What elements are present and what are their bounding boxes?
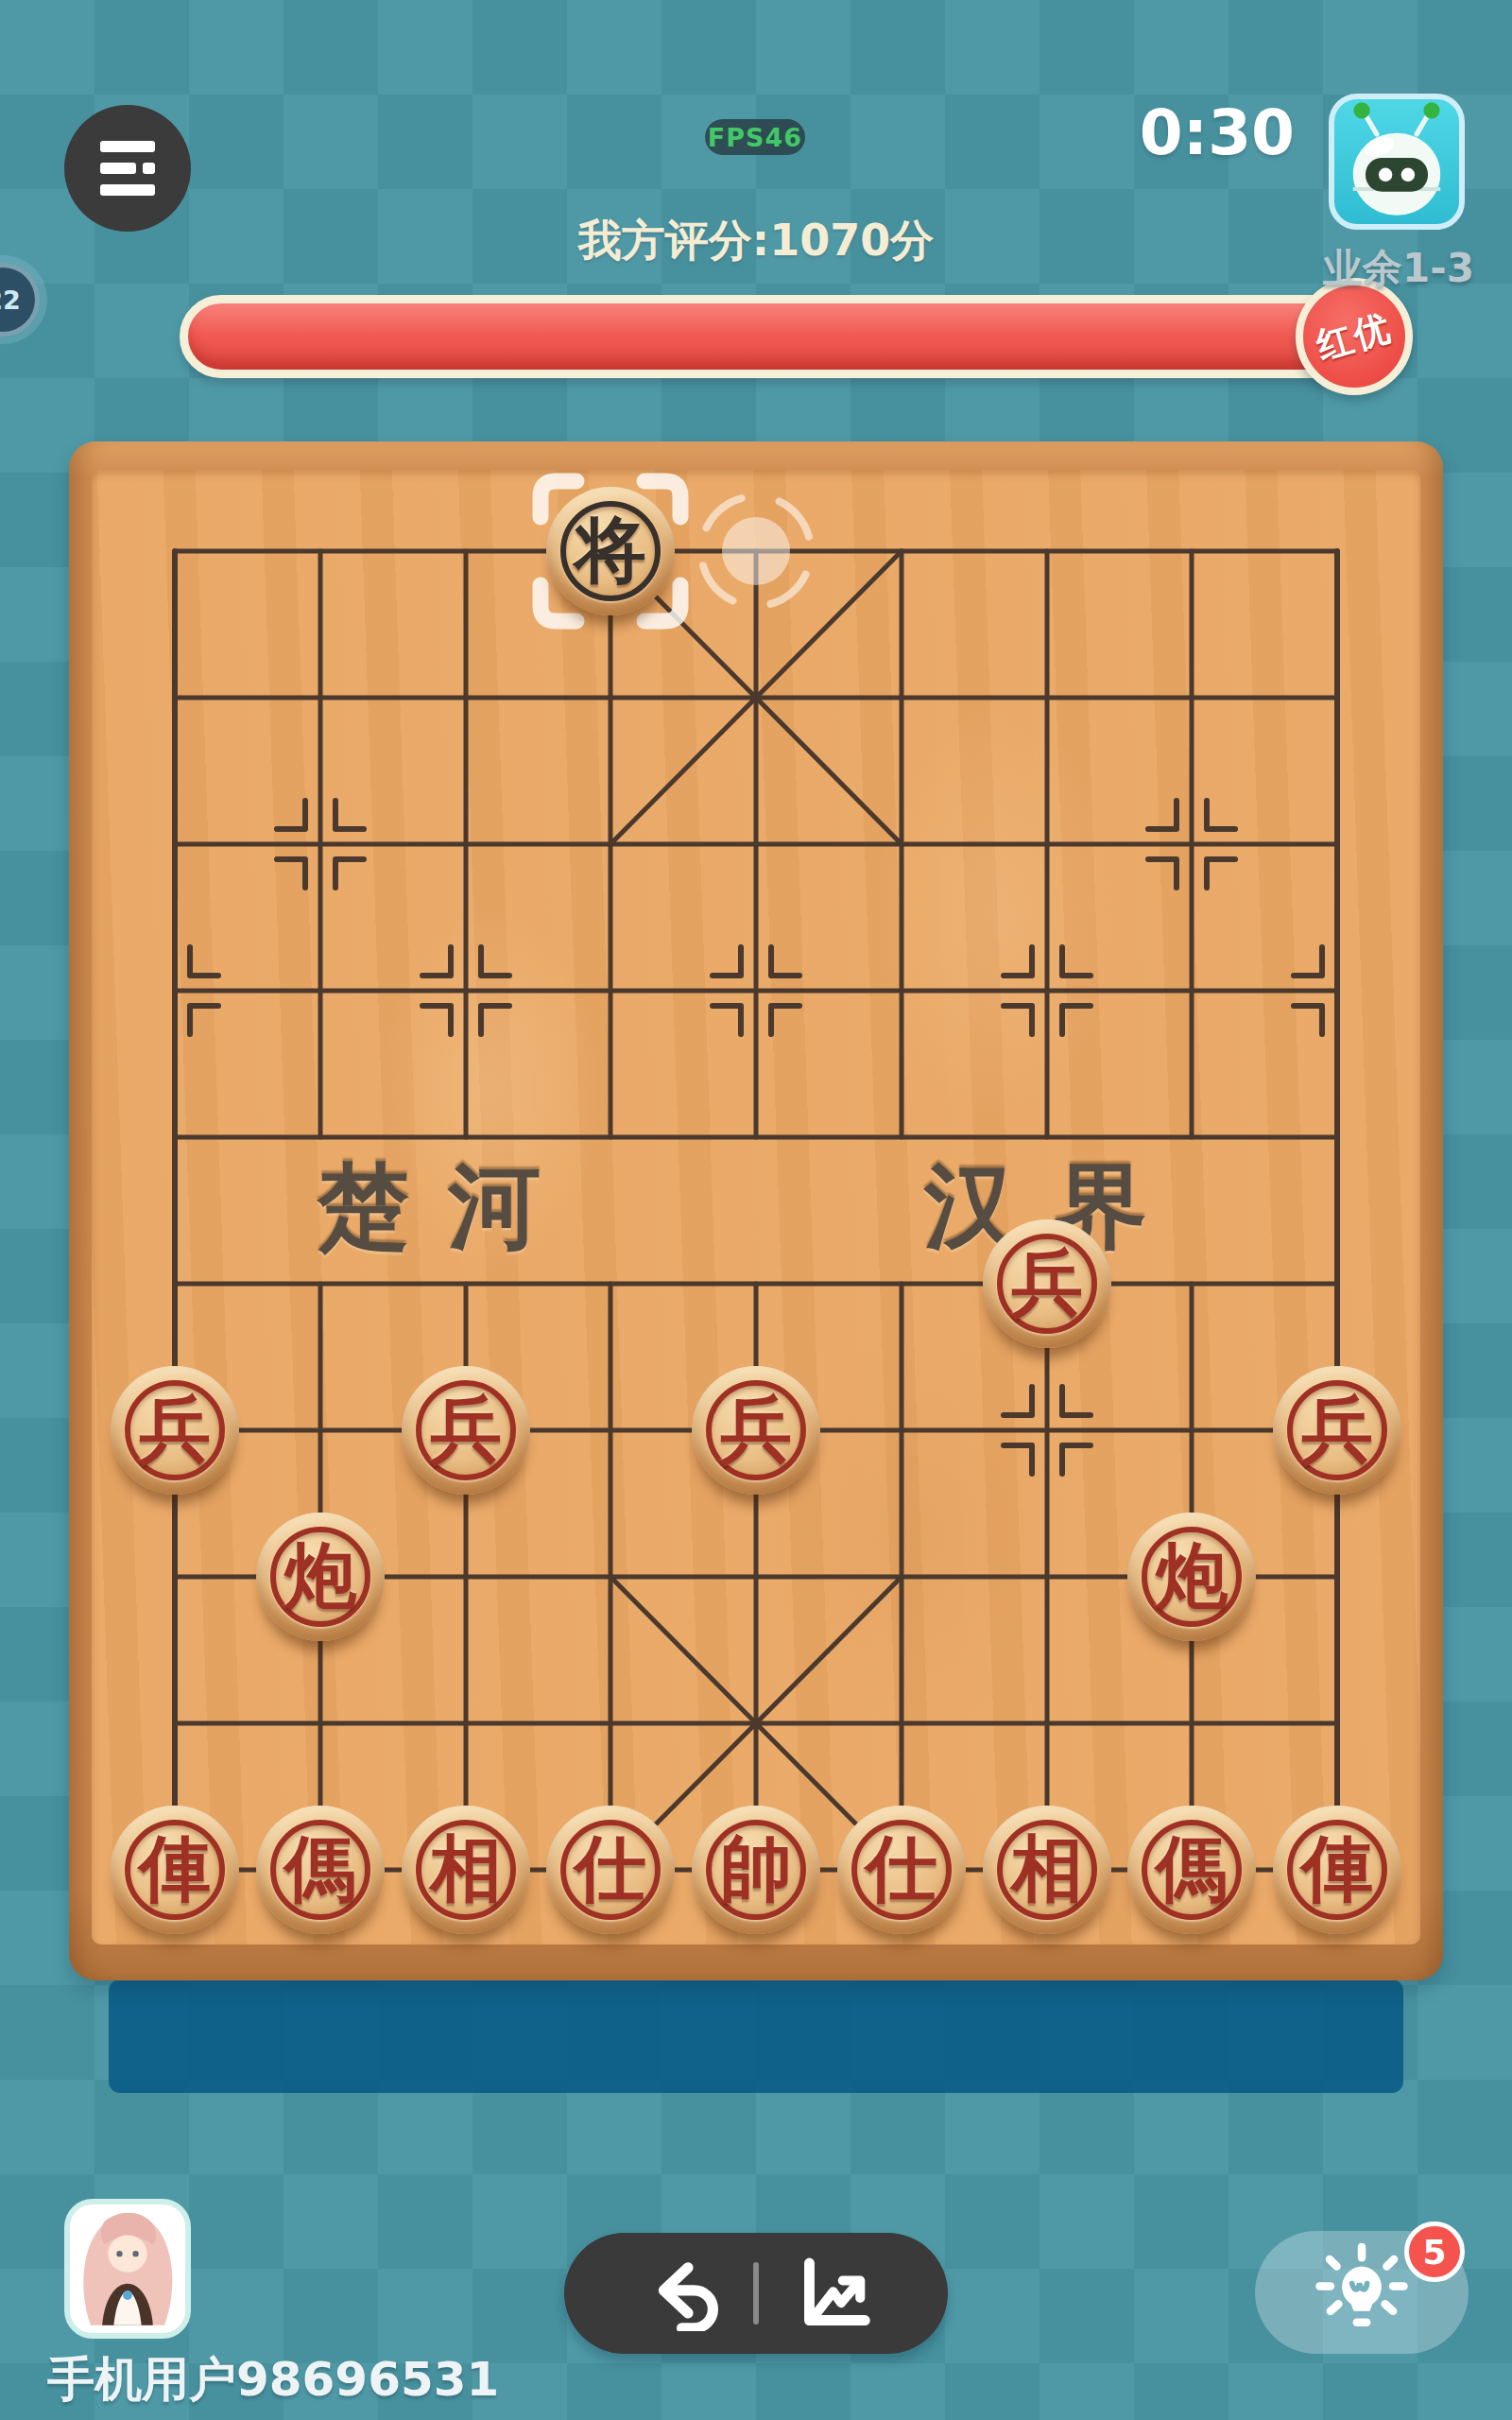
floating-counter: 22 — [0, 263, 40, 337]
piece-red-elephant[interactable]: 相 — [983, 1806, 1111, 1934]
piece-character: 炮 — [256, 1512, 385, 1641]
piece-red-chariot[interactable]: 俥 — [1273, 1806, 1401, 1934]
advantage-badge-label: 红优 — [1312, 302, 1398, 370]
piece-red-pawn[interactable]: 兵 — [111, 1366, 239, 1495]
hint-count-badge: 5 — [1404, 2221, 1465, 2282]
piece-red-horse[interactable]: 傌 — [256, 1806, 385, 1934]
undo-button[interactable] — [640, 2253, 721, 2334]
piece-character: 炮 — [1127, 1512, 1256, 1641]
player-username: 手机用户98696531 — [47, 2348, 709, 2411]
piece-red-pawn[interactable]: 兵 — [983, 1219, 1111, 1348]
piece-character: 相 — [983, 1806, 1111, 1934]
piece-character: 俥 — [1273, 1806, 1401, 1934]
advantage-badge: 红优 — [1296, 278, 1413, 395]
piece-character: 兵 — [111, 1366, 239, 1495]
advantage-bar — [180, 295, 1408, 378]
piece-red-horse[interactable]: 傌 — [1127, 1806, 1256, 1934]
move-timer: 0:30 — [1087, 96, 1295, 169]
piece-character: 相 — [402, 1806, 530, 1934]
piece-red-cannon[interactable]: 炮 — [1127, 1512, 1256, 1641]
game-screen: { "topbar": { "fps": "FPS46", "timer": "… — [0, 0, 1512, 2420]
piece-character: 仕 — [546, 1806, 675, 1934]
board-surface — [92, 470, 1420, 1945]
piece-red-pawn[interactable]: 兵 — [402, 1366, 530, 1495]
piece-character: 兵 — [692, 1366, 820, 1495]
piece-red-pawn[interactable]: 兵 — [1273, 1366, 1401, 1495]
action-divider — [753, 2262, 759, 2325]
piece-character: 傌 — [256, 1806, 385, 1934]
opponent-avatar[interactable] — [1329, 94, 1465, 230]
river-label-left: 楚河 — [318, 1146, 578, 1270]
undo-icon — [643, 2256, 718, 2331]
piece-red-chariot[interactable]: 俥 — [111, 1806, 239, 1934]
piece-red-elephant[interactable]: 相 — [402, 1806, 530, 1934]
hint-count: 5 — [1422, 2233, 1446, 2272]
player-avatar-image — [70, 2204, 185, 2333]
piece-character: 兵 — [402, 1366, 530, 1495]
piece-character: 帥 — [692, 1806, 820, 1934]
player-avatar[interactable] — [64, 2199, 191, 2339]
menu-icon — [100, 141, 155, 152]
piece-red-advisor[interactable]: 仕 — [837, 1806, 966, 1934]
opponent-level-label: 业余1-3 — [1228, 242, 1474, 295]
lightbulb-icon — [1313, 2243, 1411, 2342]
piece-character: 兵 — [1273, 1366, 1401, 1495]
piece-character: 仕 — [837, 1806, 966, 1934]
fps-label: FPS46 — [708, 123, 802, 152]
floating-counter-value: 22 — [0, 285, 21, 315]
analysis-icon — [792, 2254, 871, 2333]
xiangqi-board[interactable] — [69, 441, 1443, 1980]
analysis-button[interactable] — [791, 2253, 872, 2334]
action-bar — [564, 2233, 948, 2354]
piece-black-general[interactable]: 将 — [546, 487, 675, 615]
piece-character: 兵 — [983, 1219, 1111, 1348]
piece-red-advisor[interactable]: 仕 — [546, 1806, 675, 1934]
piece-character: 傌 — [1127, 1806, 1256, 1934]
piece-red-pawn[interactable]: 兵 — [692, 1366, 820, 1495]
piece-red-cannon[interactable]: 炮 — [256, 1512, 385, 1641]
robot-icon — [1334, 99, 1459, 224]
fps-indicator: FPS46 — [705, 119, 805, 155]
piece-character: 俥 — [111, 1806, 239, 1934]
piece-red-general[interactable]: 帥 — [692, 1806, 820, 1934]
board-drop-shadow — [109, 1979, 1403, 2093]
piece-character: 将 — [546, 487, 675, 615]
